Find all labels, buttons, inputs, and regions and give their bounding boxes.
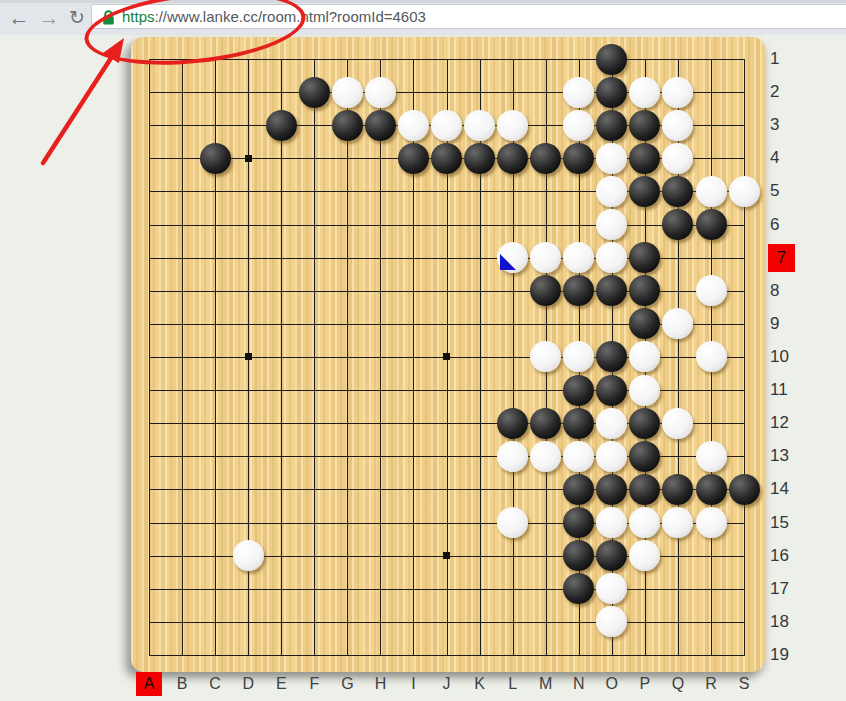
- stone-white: [398, 110, 429, 141]
- stone-black: [596, 275, 627, 306]
- column-label: R: [698, 672, 724, 696]
- stone-black: [497, 408, 528, 439]
- stone-black: [629, 110, 660, 141]
- column-label: H: [367, 672, 393, 696]
- stone-white: [332, 77, 363, 108]
- stone-white: [662, 507, 693, 538]
- column-label: L: [500, 672, 526, 696]
- stone-white: [497, 242, 528, 273]
- stone-white: [563, 242, 594, 273]
- stone-black: [596, 540, 627, 571]
- stone-white: [662, 143, 693, 174]
- column-label: P: [632, 672, 658, 696]
- row-label: 15: [768, 509, 808, 537]
- stone-black: [629, 408, 660, 439]
- stone-white: [696, 341, 727, 372]
- stone-white: [497, 507, 528, 538]
- stone-black: [729, 474, 760, 505]
- stone-white: [530, 242, 561, 273]
- stone-black: [662, 474, 693, 505]
- stone-black: [629, 308, 660, 339]
- stone-black: [431, 143, 462, 174]
- stone-white: [629, 375, 660, 406]
- stone-white: [662, 308, 693, 339]
- row-label: 16: [768, 542, 808, 570]
- stone-white: [464, 110, 495, 141]
- star-point: [245, 155, 252, 162]
- row-label: 10: [768, 343, 808, 371]
- stone-black: [299, 77, 330, 108]
- url-text: https://www.lanke.cc/room.html?roomId=46…: [122, 5, 426, 28]
- stone-black: [530, 143, 561, 174]
- stone-black: [563, 573, 594, 604]
- stone-black: [563, 375, 594, 406]
- stone-white: [629, 507, 660, 538]
- stone-white: [696, 275, 727, 306]
- column-label: A: [136, 672, 162, 696]
- stone-white: [596, 606, 627, 637]
- stone-white: [596, 441, 627, 472]
- row-label: 7: [768, 244, 795, 272]
- url-path: ://www.lanke.cc/room.html?roomId=4603: [155, 8, 426, 25]
- stone-white: [662, 408, 693, 439]
- row-label: 8: [768, 277, 808, 305]
- stone-black: [266, 110, 297, 141]
- stone-white: [629, 341, 660, 372]
- column-label: J: [434, 672, 460, 696]
- row-label: 11: [768, 376, 808, 404]
- stone-black: [629, 441, 660, 472]
- stone-white: [696, 441, 727, 472]
- stone-black: [563, 507, 594, 538]
- stone-black: [629, 143, 660, 174]
- url-scheme: https: [122, 8, 155, 25]
- grid-line: [149, 622, 745, 623]
- stone-white: [563, 441, 594, 472]
- stone-black: [563, 540, 594, 571]
- stone-white: [530, 341, 561, 372]
- row-label: 2: [768, 78, 808, 106]
- column-label: O: [599, 672, 625, 696]
- row-label: 3: [768, 111, 808, 139]
- reload-icon[interactable]: ↻: [64, 3, 90, 33]
- stone-white: [596, 176, 627, 207]
- stone-black: [662, 209, 693, 240]
- stone-black: [530, 275, 561, 306]
- stone-white: [662, 77, 693, 108]
- stone-white: [629, 77, 660, 108]
- column-label: D: [235, 672, 261, 696]
- stone-black: [596, 77, 627, 108]
- stone-white: [729, 176, 760, 207]
- stone-white: [497, 441, 528, 472]
- stone-white: [696, 507, 727, 538]
- page: ← → ↻ https://www.lanke.cc/room.html?roo…: [0, 0, 846, 701]
- stone-white: [629, 540, 660, 571]
- stone-black: [332, 110, 363, 141]
- stone-black: [629, 242, 660, 273]
- stone-white: [365, 77, 396, 108]
- stone-black: [629, 275, 660, 306]
- column-label: G: [334, 672, 360, 696]
- column-label: K: [467, 672, 493, 696]
- stone-white: [497, 110, 528, 141]
- stone-black: [596, 474, 627, 505]
- stone-black: [365, 110, 396, 141]
- stone-white: [563, 77, 594, 108]
- stone-white: [596, 209, 627, 240]
- row-label: 5: [768, 177, 808, 205]
- browser-toolbar: ← → ↻ https://www.lanke.cc/room.html?roo…: [0, 0, 846, 35]
- row-label: 6: [768, 211, 808, 239]
- lock-icon: [102, 10, 115, 30]
- stone-black: [464, 143, 495, 174]
- stone-white: [596, 507, 627, 538]
- row-label: 19: [768, 641, 808, 669]
- column-label: S: [731, 672, 757, 696]
- row-label: 18: [768, 608, 808, 636]
- stone-black: [563, 408, 594, 439]
- forward-icon[interactable]: →: [36, 3, 62, 33]
- grid-line: [149, 589, 745, 590]
- row-label: 12: [768, 409, 808, 437]
- column-label: B: [169, 672, 195, 696]
- stone-black: [662, 176, 693, 207]
- column-label: E: [268, 672, 294, 696]
- stone-white: [596, 242, 627, 273]
- star-point: [245, 353, 252, 360]
- stone-black: [629, 474, 660, 505]
- grid-line: [149, 655, 745, 656]
- stone-white: [563, 341, 594, 372]
- stone-white: [596, 573, 627, 604]
- column-label: I: [400, 672, 426, 696]
- column-label: N: [566, 672, 592, 696]
- stone-black: [563, 275, 594, 306]
- stone-black: [629, 176, 660, 207]
- last-move-marker: [500, 254, 516, 270]
- stone-black: [398, 143, 429, 174]
- stone-black: [596, 44, 627, 75]
- stone-black: [596, 110, 627, 141]
- stone-black: [696, 474, 727, 505]
- row-label: 9: [768, 310, 808, 338]
- stone-white: [596, 143, 627, 174]
- go-board[interactable]: [131, 37, 765, 672]
- back-icon[interactable]: ←: [6, 3, 32, 33]
- stone-black: [200, 143, 231, 174]
- stone-black: [596, 375, 627, 406]
- row-label: 17: [768, 575, 808, 603]
- stone-black: [563, 143, 594, 174]
- stone-black: [497, 143, 528, 174]
- column-label: C: [202, 672, 228, 696]
- stone-white: [233, 540, 264, 571]
- column-label: F: [301, 672, 327, 696]
- stone-white: [662, 110, 693, 141]
- row-label: 14: [768, 475, 808, 503]
- stone-black: [530, 408, 561, 439]
- tab-strip: [0, 0, 846, 3]
- stone-white: [696, 176, 727, 207]
- row-label: 1: [768, 45, 808, 73]
- stone-black: [596, 341, 627, 372]
- stone-white: [596, 408, 627, 439]
- stone-white: [530, 441, 561, 472]
- address-bar[interactable]: https://www.lanke.cc/room.html?roomId=46…: [91, 4, 846, 29]
- star-point: [443, 552, 450, 559]
- row-label: 13: [768, 442, 808, 470]
- stone-black: [696, 209, 727, 240]
- row-label: 4: [768, 144, 808, 172]
- star-point: [443, 353, 450, 360]
- column-label: M: [533, 672, 559, 696]
- grid-line: [744, 59, 745, 656]
- stone-white: [431, 110, 462, 141]
- stone-black: [563, 474, 594, 505]
- stone-white: [563, 110, 594, 141]
- column-label: Q: [665, 672, 691, 696]
